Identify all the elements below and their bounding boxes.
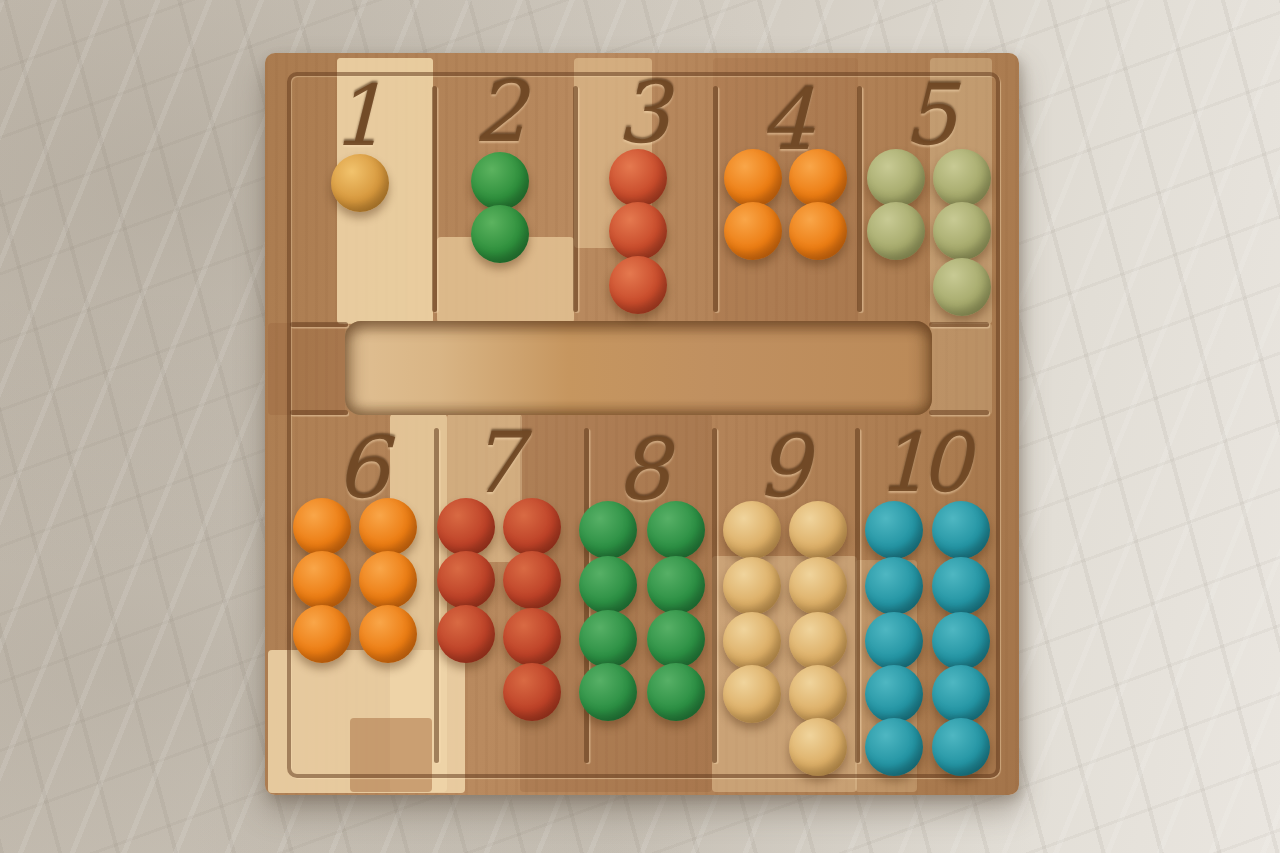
ball-7-5[interactable] bbox=[437, 605, 495, 663]
ball-7-4[interactable] bbox=[503, 551, 561, 609]
ball-10-8[interactable] bbox=[932, 665, 990, 723]
ball-8-6[interactable] bbox=[647, 610, 705, 668]
ball-3-1[interactable] bbox=[609, 149, 667, 207]
ball-8-5[interactable] bbox=[579, 610, 637, 668]
ball-6-1[interactable] bbox=[293, 498, 351, 556]
ball-5-4[interactable] bbox=[933, 202, 991, 260]
scene: 12345678910 bbox=[0, 0, 1280, 853]
ball-10-2[interactable] bbox=[932, 501, 990, 559]
ball-7-7[interactable] bbox=[503, 663, 561, 721]
ball-7-3[interactable] bbox=[437, 551, 495, 609]
ball-10-7[interactable] bbox=[865, 665, 923, 723]
ball-2-1[interactable] bbox=[471, 152, 529, 210]
ball-10-5[interactable] bbox=[865, 612, 923, 670]
ball-8-8[interactable] bbox=[647, 663, 705, 721]
ball-9-7[interactable] bbox=[723, 665, 781, 723]
ball-6-6[interactable] bbox=[359, 605, 417, 663]
ball-5-2[interactable] bbox=[933, 149, 991, 207]
ball-6-2[interactable] bbox=[359, 498, 417, 556]
ball-9-1[interactable] bbox=[723, 501, 781, 559]
ball-10-3[interactable] bbox=[865, 557, 923, 615]
ball-2-2[interactable] bbox=[471, 205, 529, 263]
ball-5-3[interactable] bbox=[867, 202, 925, 260]
ball-7-6[interactable] bbox=[503, 608, 561, 666]
ball-10-9[interactable] bbox=[865, 718, 923, 776]
ball-9-8[interactable] bbox=[789, 665, 847, 723]
ball-9-4[interactable] bbox=[789, 557, 847, 615]
ball-3-2[interactable] bbox=[609, 202, 667, 260]
ball-7-2[interactable] bbox=[503, 498, 561, 556]
ball-6-4[interactable] bbox=[359, 551, 417, 609]
ball-9-5[interactable] bbox=[723, 612, 781, 670]
ball-8-1[interactable] bbox=[579, 501, 637, 559]
ball-4-2[interactable] bbox=[789, 149, 847, 207]
ball-3-3[interactable] bbox=[609, 256, 667, 314]
ball-10-4[interactable] bbox=[932, 557, 990, 615]
ball-8-3[interactable] bbox=[579, 556, 637, 614]
ball-8-2[interactable] bbox=[647, 501, 705, 559]
ball-4-4[interactable] bbox=[789, 202, 847, 260]
ball-6-3[interactable] bbox=[293, 551, 351, 609]
ball-9-3[interactable] bbox=[723, 557, 781, 615]
ball-8-4[interactable] bbox=[647, 556, 705, 614]
ball-8-7[interactable] bbox=[579, 663, 637, 721]
ball-5-5[interactable] bbox=[933, 258, 991, 316]
ball-4-3[interactable] bbox=[724, 202, 782, 260]
ball-5-1[interactable] bbox=[867, 149, 925, 207]
ball-9-6[interactable] bbox=[789, 612, 847, 670]
ball-4-1[interactable] bbox=[724, 149, 782, 207]
ball-7-1[interactable] bbox=[437, 498, 495, 556]
ball-10-10[interactable] bbox=[932, 718, 990, 776]
storage-tray[interactable] bbox=[345, 321, 932, 415]
ball-9-2[interactable] bbox=[789, 501, 847, 559]
ball-9-9[interactable] bbox=[789, 718, 847, 776]
ball-10-1[interactable] bbox=[865, 501, 923, 559]
ball-10-6[interactable] bbox=[932, 612, 990, 670]
ball-1-1[interactable] bbox=[331, 154, 389, 212]
ball-6-5[interactable] bbox=[293, 605, 351, 663]
